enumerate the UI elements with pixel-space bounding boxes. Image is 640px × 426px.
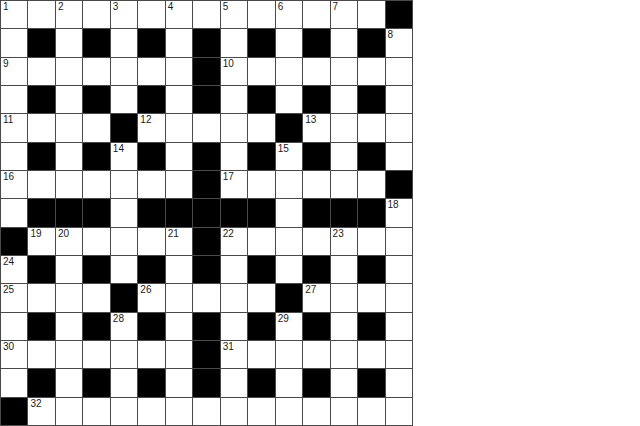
letter-cell-r13c15[interactable] bbox=[386, 341, 412, 368]
letter-cell-r2c5[interactable] bbox=[111, 29, 137, 56]
clue-number-22: 22 bbox=[223, 229, 234, 240]
letter-cell-r6c7[interactable] bbox=[166, 143, 192, 170]
letter-cell-r4c9[interactable] bbox=[221, 86, 247, 113]
block-cell-r10c14 bbox=[358, 256, 384, 283]
letter-cell-r15c15[interactable] bbox=[386, 398, 412, 425]
letter-cell-r12c13[interactable] bbox=[331, 313, 357, 340]
letter-cell-r13c13[interactable] bbox=[331, 341, 357, 368]
clue-number-12: 12 bbox=[140, 115, 151, 126]
block-cell-r12c14 bbox=[358, 313, 384, 340]
letter-cell-r15c5[interactable] bbox=[111, 398, 137, 425]
block-cell-r14c6 bbox=[138, 369, 164, 396]
letter-cell-r15c3[interactable] bbox=[56, 398, 82, 425]
letter-cell-r4c3[interactable] bbox=[56, 86, 82, 113]
letter-cell-r12c1[interactable] bbox=[1, 313, 27, 340]
letter-cell-r3c15[interactable] bbox=[386, 58, 412, 85]
letter-cell-r6c15[interactable] bbox=[386, 143, 412, 170]
letter-cell-r11c6[interactable]: 26 bbox=[138, 284, 164, 311]
block-cell-r6c4 bbox=[83, 143, 109, 170]
letter-cell-r11c9[interactable] bbox=[221, 284, 247, 311]
block-cell-r15c1 bbox=[1, 398, 27, 425]
letter-cell-r1c8[interactable] bbox=[193, 1, 219, 28]
clue-number-2: 2 bbox=[58, 2, 64, 13]
letter-cell-r5c8[interactable] bbox=[193, 114, 219, 141]
letter-cell-r11c10[interactable] bbox=[248, 284, 274, 311]
letter-cell-r11c15[interactable] bbox=[386, 284, 412, 311]
letter-cell-r7c5[interactable] bbox=[111, 171, 137, 198]
letter-cell-r7c2[interactable] bbox=[28, 171, 54, 198]
letter-cell-r8c1[interactable] bbox=[1, 199, 27, 226]
letter-cell-r11c8[interactable] bbox=[193, 284, 219, 311]
clue-number-10: 10 bbox=[223, 59, 234, 70]
block-cell-r8c12 bbox=[303, 199, 329, 226]
letter-cell-r11c3[interactable] bbox=[56, 284, 82, 311]
letter-cell-r7c9[interactable]: 17 bbox=[221, 171, 247, 198]
block-cell-r2c4 bbox=[83, 29, 109, 56]
block-cell-r4c6 bbox=[138, 86, 164, 113]
clue-number-19: 19 bbox=[30, 229, 41, 240]
block-cell-r3c8 bbox=[193, 58, 219, 85]
block-cell-r12c2 bbox=[28, 313, 54, 340]
letter-cell-r8c15[interactable]: 18 bbox=[386, 199, 412, 226]
letter-cell-r7c11[interactable] bbox=[276, 171, 302, 198]
letter-cell-r13c12[interactable] bbox=[303, 341, 329, 368]
clue-number-8: 8 bbox=[388, 30, 394, 41]
letter-cell-r5c7[interactable] bbox=[166, 114, 192, 141]
letter-cell-r5c4[interactable] bbox=[83, 114, 109, 141]
letter-cell-r4c13[interactable] bbox=[331, 86, 357, 113]
block-cell-r1c15 bbox=[386, 1, 412, 28]
letter-cell-r3c13[interactable] bbox=[331, 58, 357, 85]
letter-cell-r6c13[interactable] bbox=[331, 143, 357, 170]
clue-number-25: 25 bbox=[3, 285, 14, 296]
clue-number-32: 32 bbox=[30, 399, 41, 410]
letter-cell-r9c4[interactable] bbox=[83, 228, 109, 255]
letter-cell-r14c11[interactable] bbox=[276, 369, 302, 396]
letter-cell-r4c5[interactable] bbox=[111, 86, 137, 113]
clue-number-28: 28 bbox=[113, 314, 124, 325]
letter-cell-r1c10[interactable] bbox=[248, 1, 274, 28]
letter-cell-r3c2[interactable] bbox=[28, 58, 54, 85]
letter-cell-r6c3[interactable] bbox=[56, 143, 82, 170]
letter-cell-r1c14[interactable] bbox=[358, 1, 384, 28]
block-cell-r14c12 bbox=[303, 369, 329, 396]
letter-cell-r5c2[interactable] bbox=[28, 114, 54, 141]
block-cell-r12c12 bbox=[303, 313, 329, 340]
letter-cell-r1c4[interactable] bbox=[83, 1, 109, 28]
block-cell-r5c5 bbox=[111, 114, 137, 141]
letter-cell-r1c13[interactable]: 7 bbox=[331, 1, 357, 28]
letter-cell-r9c10[interactable] bbox=[248, 228, 274, 255]
letter-cell-r12c7[interactable] bbox=[166, 313, 192, 340]
clue-number-1: 1 bbox=[3, 2, 9, 13]
block-cell-r14c14 bbox=[358, 369, 384, 396]
letter-cell-r3c9[interactable]: 10 bbox=[221, 58, 247, 85]
clue-number-29: 29 bbox=[278, 314, 289, 325]
letter-cell-r10c13[interactable] bbox=[331, 256, 357, 283]
letter-cell-r1c7[interactable]: 4 bbox=[166, 1, 192, 28]
letter-cell-r10c9[interactable] bbox=[221, 256, 247, 283]
clue-number-27: 27 bbox=[305, 285, 316, 296]
clue-number-31: 31 bbox=[223, 342, 234, 353]
clue-number-24: 24 bbox=[3, 257, 14, 268]
letter-cell-r5c15[interactable] bbox=[386, 114, 412, 141]
block-cell-r10c2 bbox=[28, 256, 54, 283]
letter-cell-r4c7[interactable] bbox=[166, 86, 192, 113]
letter-cell-r12c11[interactable]: 29 bbox=[276, 313, 302, 340]
letter-cell-r13c4[interactable] bbox=[83, 341, 109, 368]
block-cell-r2c2 bbox=[28, 29, 54, 56]
block-cell-r8c4 bbox=[83, 199, 109, 226]
block-cell-r4c12 bbox=[303, 86, 329, 113]
letter-cell-r2c9[interactable] bbox=[221, 29, 247, 56]
block-cell-r8c14 bbox=[358, 199, 384, 226]
letter-cell-r11c1[interactable]: 25 bbox=[1, 284, 27, 311]
letter-cell-r12c5[interactable]: 28 bbox=[111, 313, 137, 340]
block-cell-r12c6 bbox=[138, 313, 164, 340]
letter-cell-r8c11[interactable] bbox=[276, 199, 302, 226]
letter-cell-r11c12[interactable]: 27 bbox=[303, 284, 329, 311]
letter-cell-r15c6[interactable] bbox=[138, 398, 164, 425]
page: 1234567891011121314151617181920212223242… bbox=[0, 0, 640, 426]
letter-cell-r13c6[interactable] bbox=[138, 341, 164, 368]
block-cell-r6c6 bbox=[138, 143, 164, 170]
block-cell-r14c8 bbox=[193, 369, 219, 396]
block-cell-r7c15 bbox=[386, 171, 412, 198]
letter-cell-r7c1[interactable]: 16 bbox=[1, 171, 27, 198]
block-cell-r4c14 bbox=[358, 86, 384, 113]
letter-cell-r5c10[interactable] bbox=[248, 114, 274, 141]
letter-cell-r13c10[interactable] bbox=[248, 341, 274, 368]
clue-number-23: 23 bbox=[333, 229, 344, 240]
block-cell-r8c13 bbox=[331, 199, 357, 226]
clue-number-30: 30 bbox=[3, 342, 14, 353]
letter-cell-r3c6[interactable] bbox=[138, 58, 164, 85]
block-cell-r13c8 bbox=[193, 341, 219, 368]
letter-cell-r15c11[interactable] bbox=[276, 398, 302, 425]
block-cell-r6c12 bbox=[303, 143, 329, 170]
block-cell-r4c2 bbox=[28, 86, 54, 113]
letter-cell-r15c14[interactable] bbox=[358, 398, 384, 425]
letter-cell-r9c6[interactable] bbox=[138, 228, 164, 255]
letter-cell-r3c3[interactable] bbox=[56, 58, 82, 85]
letter-cell-r10c7[interactable] bbox=[166, 256, 192, 283]
letter-cell-r9c5[interactable] bbox=[111, 228, 137, 255]
block-cell-r4c4 bbox=[83, 86, 109, 113]
letter-cell-r9c3[interactable]: 20 bbox=[56, 228, 82, 255]
block-cell-r8c6 bbox=[138, 199, 164, 226]
letter-cell-r11c2[interactable] bbox=[28, 284, 54, 311]
letter-cell-r15c13[interactable] bbox=[331, 398, 357, 425]
clue-number-17: 17 bbox=[223, 172, 234, 183]
letter-cell-r3c10[interactable] bbox=[248, 58, 274, 85]
letter-cell-r10c11[interactable] bbox=[276, 256, 302, 283]
block-cell-r8c2 bbox=[28, 199, 54, 226]
letter-cell-r7c3[interactable] bbox=[56, 171, 82, 198]
letter-cell-r1c3[interactable]: 2 bbox=[56, 1, 82, 28]
block-cell-r7c8 bbox=[193, 171, 219, 198]
clue-number-5: 5 bbox=[223, 2, 229, 13]
block-cell-r6c8 bbox=[193, 143, 219, 170]
letter-cell-r10c3[interactable] bbox=[56, 256, 82, 283]
letter-cell-r13c5[interactable] bbox=[111, 341, 137, 368]
letter-cell-r14c1[interactable] bbox=[1, 369, 27, 396]
block-cell-r10c12 bbox=[303, 256, 329, 283]
block-cell-r8c3 bbox=[56, 199, 82, 226]
letter-cell-r2c11[interactable] bbox=[276, 29, 302, 56]
letter-cell-r1c11[interactable]: 6 bbox=[276, 1, 302, 28]
letter-cell-r9c2[interactable]: 19 bbox=[28, 228, 54, 255]
letter-cell-r6c5[interactable]: 14 bbox=[111, 143, 137, 170]
clue-number-16: 16 bbox=[3, 172, 14, 183]
block-cell-r10c4 bbox=[83, 256, 109, 283]
letter-cell-r2c15[interactable]: 8 bbox=[386, 29, 412, 56]
block-cell-r12c10 bbox=[248, 313, 274, 340]
letter-cell-r14c15[interactable] bbox=[386, 369, 412, 396]
letter-cell-r15c10[interactable] bbox=[248, 398, 274, 425]
letter-cell-r2c13[interactable] bbox=[331, 29, 357, 56]
letter-cell-r14c9[interactable] bbox=[221, 369, 247, 396]
letter-cell-r3c12[interactable] bbox=[303, 58, 329, 85]
letter-cell-r1c1[interactable]: 1 bbox=[1, 1, 27, 28]
block-cell-r10c10 bbox=[248, 256, 274, 283]
letter-cell-r1c9[interactable]: 5 bbox=[221, 1, 247, 28]
letter-cell-r11c14[interactable] bbox=[358, 284, 384, 311]
letter-cell-r5c1[interactable]: 11 bbox=[1, 114, 27, 141]
letter-cell-r5c14[interactable] bbox=[358, 114, 384, 141]
block-cell-r11c5 bbox=[111, 284, 137, 311]
clue-number-18: 18 bbox=[388, 200, 399, 211]
letter-cell-r7c4[interactable] bbox=[83, 171, 109, 198]
block-cell-r8c8 bbox=[193, 199, 219, 226]
letter-cell-r3c4[interactable] bbox=[83, 58, 109, 85]
letter-cell-r15c8[interactable] bbox=[193, 398, 219, 425]
block-cell-r6c10 bbox=[248, 143, 274, 170]
letter-cell-r6c1[interactable] bbox=[1, 143, 27, 170]
letter-cell-r13c1[interactable]: 30 bbox=[1, 341, 27, 368]
letter-cell-r6c11[interactable]: 15 bbox=[276, 143, 302, 170]
block-cell-r2c10 bbox=[248, 29, 274, 56]
letter-cell-r11c4[interactable] bbox=[83, 284, 109, 311]
letter-cell-r3c11[interactable] bbox=[276, 58, 302, 85]
block-cell-r14c2 bbox=[28, 369, 54, 396]
letter-cell-r9c9[interactable]: 22 bbox=[221, 228, 247, 255]
block-cell-r10c8 bbox=[193, 256, 219, 283]
letter-cell-r15c4[interactable] bbox=[83, 398, 109, 425]
block-cell-r4c8 bbox=[193, 86, 219, 113]
letter-cell-r7c14[interactable] bbox=[358, 171, 384, 198]
letter-cell-r5c6[interactable]: 12 bbox=[138, 114, 164, 141]
letter-cell-r14c7[interactable] bbox=[166, 369, 192, 396]
block-cell-r10c6 bbox=[138, 256, 164, 283]
clue-number-20: 20 bbox=[58, 229, 69, 240]
letter-cell-r11c13[interactable] bbox=[331, 284, 357, 311]
letter-cell-r5c13[interactable] bbox=[331, 114, 357, 141]
clue-number-7: 7 bbox=[333, 2, 339, 13]
letter-cell-r12c9[interactable] bbox=[221, 313, 247, 340]
letter-cell-r1c2[interactable] bbox=[28, 1, 54, 28]
block-cell-r4c10 bbox=[248, 86, 274, 113]
letter-cell-r3c7[interactable] bbox=[166, 58, 192, 85]
letter-cell-r15c12[interactable] bbox=[303, 398, 329, 425]
clue-number-6: 6 bbox=[278, 2, 284, 13]
letter-cell-r4c15[interactable] bbox=[386, 86, 412, 113]
letter-cell-r7c12[interactable] bbox=[303, 171, 329, 198]
block-cell-r12c8 bbox=[193, 313, 219, 340]
block-cell-r6c2 bbox=[28, 143, 54, 170]
block-cell-r12c4 bbox=[83, 313, 109, 340]
block-cell-r8c7 bbox=[166, 199, 192, 226]
letter-cell-r9c7[interactable]: 21 bbox=[166, 228, 192, 255]
clue-number-15: 15 bbox=[278, 144, 289, 155]
block-cell-r6c14 bbox=[358, 143, 384, 170]
block-cell-r14c4 bbox=[83, 369, 109, 396]
letter-cell-r5c12[interactable]: 13 bbox=[303, 114, 329, 141]
block-cell-r11c11 bbox=[276, 284, 302, 311]
letter-cell-r2c3[interactable] bbox=[56, 29, 82, 56]
letter-cell-r2c7[interactable] bbox=[166, 29, 192, 56]
letter-cell-r9c11[interactable] bbox=[276, 228, 302, 255]
letter-cell-r10c1[interactable]: 24 bbox=[1, 256, 27, 283]
letter-cell-r5c3[interactable] bbox=[56, 114, 82, 141]
letter-cell-r14c13[interactable] bbox=[331, 369, 357, 396]
letter-cell-r13c9[interactable]: 31 bbox=[221, 341, 247, 368]
letter-cell-r7c10[interactable] bbox=[248, 171, 274, 198]
letter-cell-r1c6[interactable] bbox=[138, 1, 164, 28]
letter-cell-r15c2[interactable]: 32 bbox=[28, 398, 54, 425]
block-cell-r8c9 bbox=[221, 199, 247, 226]
block-cell-r9c1 bbox=[1, 228, 27, 255]
clue-number-3: 3 bbox=[113, 2, 119, 13]
letter-cell-r7c13[interactable] bbox=[331, 171, 357, 198]
letter-cell-r14c3[interactable] bbox=[56, 369, 82, 396]
letter-cell-r1c12[interactable] bbox=[303, 1, 329, 28]
letter-cell-r14c5[interactable] bbox=[111, 369, 137, 396]
letter-cell-r12c3[interactable] bbox=[56, 313, 82, 340]
letter-cell-r10c15[interactable] bbox=[386, 256, 412, 283]
letter-cell-r15c9[interactable] bbox=[221, 398, 247, 425]
letter-cell-r10c5[interactable] bbox=[111, 256, 137, 283]
crossword-grid: 1234567891011121314151617181920212223242… bbox=[0, 0, 413, 426]
letter-cell-r1c5[interactable]: 3 bbox=[111, 1, 137, 28]
letter-cell-r7c6[interactable] bbox=[138, 171, 164, 198]
block-cell-r2c14 bbox=[358, 29, 384, 56]
letter-cell-r9c14[interactable] bbox=[358, 228, 384, 255]
block-cell-r2c6 bbox=[138, 29, 164, 56]
letter-cell-r6c9[interactable] bbox=[221, 143, 247, 170]
clue-number-26: 26 bbox=[140, 285, 151, 296]
letter-cell-r13c11[interactable] bbox=[276, 341, 302, 368]
block-cell-r5c11 bbox=[276, 114, 302, 141]
letter-cell-r11c7[interactable] bbox=[166, 284, 192, 311]
letter-cell-r3c5[interactable] bbox=[111, 58, 137, 85]
letter-cell-r9c12[interactable] bbox=[303, 228, 329, 255]
letter-cell-r2c1[interactable] bbox=[1, 29, 27, 56]
clue-number-14: 14 bbox=[113, 144, 124, 155]
clue-number-13: 13 bbox=[305, 115, 316, 126]
block-cell-r2c8 bbox=[193, 29, 219, 56]
letter-cell-r8c5[interactable] bbox=[111, 199, 137, 226]
letter-cell-r3c14[interactable] bbox=[358, 58, 384, 85]
letter-cell-r4c1[interactable] bbox=[1, 86, 27, 113]
letter-cell-r15c7[interactable] bbox=[166, 398, 192, 425]
clue-number-21: 21 bbox=[168, 229, 179, 240]
block-cell-r2c12 bbox=[303, 29, 329, 56]
letter-cell-r13c7[interactable] bbox=[166, 341, 192, 368]
letter-cell-r4c11[interactable] bbox=[276, 86, 302, 113]
letter-cell-r13c3[interactable] bbox=[56, 341, 82, 368]
letter-cell-r13c14[interactable] bbox=[358, 341, 384, 368]
clue-number-4: 4 bbox=[168, 2, 174, 13]
letter-cell-r12c15[interactable] bbox=[386, 313, 412, 340]
letter-cell-r9c15[interactable] bbox=[386, 228, 412, 255]
clue-number-9: 9 bbox=[3, 59, 9, 70]
letter-cell-r9c13[interactable]: 23 bbox=[331, 228, 357, 255]
block-cell-r9c8 bbox=[193, 228, 219, 255]
letter-cell-r3c1[interactable]: 9 bbox=[1, 58, 27, 85]
letter-cell-r13c2[interactable] bbox=[28, 341, 54, 368]
block-cell-r14c10 bbox=[248, 369, 274, 396]
letter-cell-r7c7[interactable] bbox=[166, 171, 192, 198]
clue-number-11: 11 bbox=[3, 115, 13, 126]
block-cell-r8c10 bbox=[248, 199, 274, 226]
letter-cell-r5c9[interactable] bbox=[221, 114, 247, 141]
